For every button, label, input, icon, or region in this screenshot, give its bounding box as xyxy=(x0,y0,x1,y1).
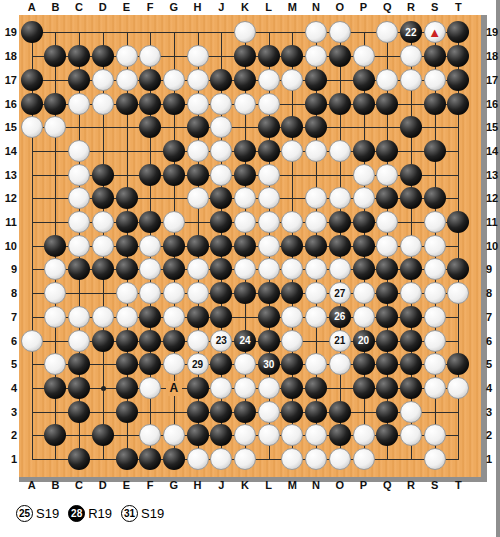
coord-left-2: 2 xyxy=(0,429,17,442)
stone-black-K6[interactable]: 24 xyxy=(234,330,256,352)
stone-black-T16[interactable] xyxy=(447,93,469,115)
stone-black-R15[interactable] xyxy=(400,116,422,138)
stone-white-L3[interactable] xyxy=(258,401,280,423)
stone-black-C4[interactable] xyxy=(68,377,90,399)
stone-black-E9[interactable] xyxy=(116,258,138,280)
stone-black-D13[interactable] xyxy=(92,164,114,186)
stone-white-S2[interactable] xyxy=(424,424,446,446)
caption-move-25-point: S19 xyxy=(36,506,59,521)
coord-right-3: 3 xyxy=(486,406,500,419)
stone-black-H10[interactable] xyxy=(187,235,209,257)
stone-white-H17[interactable] xyxy=(187,69,209,91)
stone-white-R17[interactable] xyxy=(400,69,422,91)
stone-white-N11[interactable] xyxy=(305,211,327,233)
stone-white-R18[interactable] xyxy=(400,45,422,67)
stone-black-J17[interactable] xyxy=(210,69,232,91)
stone-black-B10[interactable] xyxy=(44,235,66,257)
caption-move-28-point: R19 xyxy=(88,506,112,521)
stone-white-C6[interactable] xyxy=(68,330,90,352)
coord-bottom-A: A xyxy=(22,479,42,492)
stone-black-K8[interactable] xyxy=(234,282,256,304)
stone-black-G13[interactable] xyxy=(163,164,185,186)
stone-black-M10[interactable] xyxy=(281,235,303,257)
stone-white-O6[interactable]: 21 xyxy=(329,330,351,352)
stone-black-J3[interactable] xyxy=(210,401,232,423)
coord-right-8: 8 xyxy=(486,287,500,300)
stone-black-N16[interactable] xyxy=(305,93,327,115)
stone-black-J10[interactable] xyxy=(210,235,232,257)
coord-left-18: 18 xyxy=(0,50,17,63)
stone-white-P13[interactable] xyxy=(353,164,375,186)
coord-left-19: 19 xyxy=(0,26,17,39)
stone-black-Q4[interactable] xyxy=(376,377,398,399)
stone-black-R13[interactable] xyxy=(400,164,422,186)
coord-right-1: 1 xyxy=(486,453,500,466)
coord-bottom-Q: Q xyxy=(377,479,397,492)
stone-black-E5[interactable] xyxy=(116,353,138,375)
caption-move-31-circle: 31 xyxy=(121,505,138,522)
stone-black-E10[interactable] xyxy=(116,235,138,257)
stone-white-S10[interactable] xyxy=(424,235,446,257)
stone-black-C3[interactable] xyxy=(68,401,90,423)
coord-top-T: T xyxy=(448,1,468,14)
stone-white-C14[interactable] xyxy=(68,140,90,162)
coord-top-A: A xyxy=(22,1,42,14)
coord-right-6: 6 xyxy=(486,335,500,348)
coord-bottom-R: R xyxy=(401,479,421,492)
stone-white-O14[interactable] xyxy=(329,140,351,162)
coord-left-8: 8 xyxy=(0,287,17,300)
stone-white-L9[interactable] xyxy=(258,258,280,280)
stone-white-G5[interactable] xyxy=(163,353,185,375)
board-letter-A-G4: A xyxy=(166,381,182,396)
coord-top-G: G xyxy=(164,1,184,14)
stone-black-O10[interactable] xyxy=(329,235,351,257)
stone-black-H4[interactable] xyxy=(187,377,209,399)
coord-right-18: 18 xyxy=(486,50,500,63)
coord-left-14: 14 xyxy=(0,145,17,158)
stone-black-L7[interactable] xyxy=(258,306,280,328)
stone-white-D11[interactable] xyxy=(92,211,114,233)
coord-left-5: 5 xyxy=(0,358,17,371)
coord-right-14: 14 xyxy=(486,145,500,158)
stone-white-F4[interactable] xyxy=(139,377,161,399)
stone-black-M3[interactable] xyxy=(281,401,303,423)
stone-white-G7[interactable] xyxy=(163,306,185,328)
stone-black-E1[interactable] xyxy=(116,448,138,470)
stone-white-E18[interactable] xyxy=(116,45,138,67)
stone-black-P6[interactable]: 20 xyxy=(353,330,375,352)
stone-white-E7[interactable] xyxy=(116,306,138,328)
coord-bottom-E: E xyxy=(117,479,137,492)
coord-right-4: 4 xyxy=(486,382,500,395)
stone-black-O11[interactable] xyxy=(329,211,351,233)
caption-move-31-point: S19 xyxy=(141,506,164,521)
coord-top-O: O xyxy=(330,1,350,14)
coord-left-10: 10 xyxy=(0,240,17,253)
stone-white-P1[interactable] xyxy=(353,448,375,470)
stone-white-S17[interactable] xyxy=(424,69,446,91)
stone-black-L14[interactable] xyxy=(258,140,280,162)
coord-right-11: 11 xyxy=(486,216,500,229)
ko-moves-caption: 25S1928R1931S19 xyxy=(16,503,170,523)
stone-white-H12[interactable] xyxy=(187,187,209,209)
stone-black-H15[interactable] xyxy=(187,116,209,138)
stone-white-N1[interactable] xyxy=(305,448,327,470)
stone-white-L11[interactable] xyxy=(258,211,280,233)
stone-black-A19[interactable] xyxy=(21,21,43,43)
coord-top-K: K xyxy=(235,1,255,14)
stone-black-N3[interactable] xyxy=(305,401,327,423)
stone-white-L2[interactable] xyxy=(258,424,280,446)
coord-left-17: 17 xyxy=(0,74,17,87)
stone-black-B16[interactable] xyxy=(44,93,66,115)
coord-right-7: 7 xyxy=(486,311,500,324)
stone-white-O8[interactable]: 27 xyxy=(329,282,351,304)
stone-white-D16[interactable] xyxy=(92,93,114,115)
stone-black-K17[interactable] xyxy=(234,69,256,91)
stone-black-H7[interactable] xyxy=(187,306,209,328)
stone-black-K18[interactable] xyxy=(234,45,256,67)
stone-white-J13[interactable] xyxy=(210,164,232,186)
stone-white-S8[interactable] xyxy=(424,282,446,304)
stone-white-K4[interactable] xyxy=(234,377,256,399)
coord-bottom-F: F xyxy=(140,479,160,492)
coord-right-5: 5 xyxy=(486,358,500,371)
stone-white-C10[interactable] xyxy=(68,235,90,257)
stone-black-H3[interactable] xyxy=(187,401,209,423)
coord-top-F: F xyxy=(140,1,160,14)
stone-white-N7[interactable] xyxy=(305,306,327,328)
stone-white-S6[interactable] xyxy=(424,330,446,352)
coord-right-10: 10 xyxy=(486,240,500,253)
stone-black-E4[interactable] xyxy=(116,377,138,399)
stone-white-H16[interactable] xyxy=(187,93,209,115)
stone-black-L5[interactable]: 30 xyxy=(258,353,280,375)
star-point-D4 xyxy=(101,386,106,391)
stone-white-C7[interactable] xyxy=(68,306,90,328)
stone-black-R6[interactable] xyxy=(400,330,422,352)
stone-white-K11[interactable] xyxy=(234,211,256,233)
coord-top-D: D xyxy=(93,1,113,14)
stone-white-A15[interactable] xyxy=(21,116,43,138)
coord-bottom-L: L xyxy=(259,479,279,492)
stone-white-E17[interactable] xyxy=(116,69,138,91)
stone-black-P16[interactable] xyxy=(353,93,375,115)
stone-white-N14[interactable] xyxy=(305,140,327,162)
stone-white-F10[interactable] xyxy=(139,235,161,257)
stone-black-F13[interactable] xyxy=(139,164,161,186)
coord-bottom-M: M xyxy=(282,479,302,492)
coord-left-6: 6 xyxy=(0,335,17,348)
stone-white-E8[interactable] xyxy=(116,282,138,304)
stone-black-D2[interactable] xyxy=(92,424,114,446)
coord-top-N: N xyxy=(306,1,326,14)
stone-black-S16[interactable] xyxy=(424,93,446,115)
stone-black-S14[interactable] xyxy=(424,140,446,162)
coord-top-C: C xyxy=(69,1,89,14)
stone-black-E6[interactable] xyxy=(116,330,138,352)
stone-white-O1[interactable] xyxy=(329,448,351,470)
stone-black-K13[interactable] xyxy=(234,164,256,186)
stone-black-C1[interactable] xyxy=(68,448,90,470)
coord-right-16: 16 xyxy=(486,98,500,111)
stone-black-H2[interactable] xyxy=(187,424,209,446)
stone-white-P2[interactable] xyxy=(353,424,375,446)
stone-white-S1[interactable] xyxy=(424,448,446,470)
coord-right-12: 12 xyxy=(486,192,500,205)
stone-black-O18[interactable] xyxy=(329,45,351,67)
stone-black-K10[interactable] xyxy=(234,235,256,257)
stone-white-C13[interactable] xyxy=(68,164,90,186)
go-board-viewer: 25S1928R1931S19 AABBCCDDEEFFGGHHJJKKLLMM… xyxy=(0,0,500,537)
stone-black-P9[interactable] xyxy=(353,258,375,280)
stone-white-H8[interactable] xyxy=(187,282,209,304)
coord-top-H: H xyxy=(188,1,208,14)
stone-black-J7[interactable] xyxy=(210,306,232,328)
coord-right-19: 19 xyxy=(486,26,500,39)
stone-white-P18[interactable] xyxy=(353,45,375,67)
stone-black-P4[interactable] xyxy=(353,377,375,399)
stone-black-Q14[interactable] xyxy=(376,140,398,162)
stone-black-F7[interactable] xyxy=(139,306,161,328)
stone-white-H5[interactable]: 29 xyxy=(187,353,209,375)
coord-top-E: E xyxy=(117,1,137,14)
stone-white-D10[interactable] xyxy=(92,235,114,257)
stone-black-S18[interactable] xyxy=(424,45,446,67)
stone-black-L8[interactable] xyxy=(258,282,280,304)
stone-white-Q10[interactable] xyxy=(376,235,398,257)
stone-black-R4[interactable] xyxy=(400,377,422,399)
coord-bottom-G: G xyxy=(164,479,184,492)
stone-white-H1[interactable] xyxy=(187,448,209,470)
stone-black-P11[interactable] xyxy=(353,211,375,233)
coord-bottom-J: J xyxy=(211,479,231,492)
stone-black-G10[interactable] xyxy=(163,235,185,257)
coord-left-12: 12 xyxy=(0,192,17,205)
coord-right-13: 13 xyxy=(486,169,500,182)
stone-white-L10[interactable] xyxy=(258,235,280,257)
coord-top-P: P xyxy=(354,1,374,14)
coord-left-1: 1 xyxy=(0,453,17,466)
stone-white-R8[interactable] xyxy=(400,282,422,304)
stone-black-D18[interactable] xyxy=(92,45,114,67)
stone-black-P5[interactable] xyxy=(353,353,375,375)
stone-white-S9[interactable] xyxy=(424,258,446,280)
stone-white-R10[interactable] xyxy=(400,235,422,257)
stone-white-K1[interactable] xyxy=(234,448,256,470)
stone-white-L4[interactable] xyxy=(258,377,280,399)
stone-white-G17[interactable] xyxy=(163,69,185,91)
stone-black-Q16[interactable] xyxy=(376,93,398,115)
stone-black-Q6[interactable] xyxy=(376,330,398,352)
stone-white-H14[interactable] xyxy=(187,140,209,162)
stone-black-F17[interactable] xyxy=(139,69,161,91)
stone-white-L16[interactable] xyxy=(258,93,280,115)
coord-bottom-P: P xyxy=(354,479,374,492)
stone-black-E12[interactable] xyxy=(116,187,138,209)
coord-top-S: S xyxy=(425,1,445,14)
stone-black-G6[interactable] xyxy=(163,330,185,352)
stone-white-C16[interactable] xyxy=(68,93,90,115)
stone-black-S12[interactable] xyxy=(424,187,446,209)
stone-black-D12[interactable] xyxy=(92,187,114,209)
coord-left-11: 11 xyxy=(0,216,17,229)
stone-white-K16[interactable] xyxy=(234,93,256,115)
stone-black-Q7[interactable] xyxy=(376,306,398,328)
stone-black-N17[interactable] xyxy=(305,69,327,91)
coord-bottom-N: N xyxy=(306,479,326,492)
stone-white-Q17[interactable] xyxy=(376,69,398,91)
stone-white-H9[interactable] xyxy=(187,258,209,280)
coord-left-13: 13 xyxy=(0,169,17,182)
stone-white-S5[interactable] xyxy=(424,353,446,375)
stone-black-R5[interactable] xyxy=(400,353,422,375)
coord-right-2: 2 xyxy=(486,429,500,442)
coord-bottom-B: B xyxy=(45,479,65,492)
coord-bottom-S: S xyxy=(425,479,445,492)
coord-left-4: 4 xyxy=(0,382,17,395)
coord-top-L: L xyxy=(259,1,279,14)
stone-black-T17[interactable] xyxy=(447,69,469,91)
stone-white-C11[interactable] xyxy=(68,211,90,233)
stone-white-S19[interactable]: ▲ xyxy=(424,21,446,43)
stone-white-S7[interactable] xyxy=(424,306,446,328)
coord-bottom-H: H xyxy=(188,479,208,492)
coord-left-16: 16 xyxy=(0,98,17,111)
stone-white-O12[interactable] xyxy=(329,187,351,209)
stone-black-P14[interactable] xyxy=(353,140,375,162)
coord-top-Q: Q xyxy=(377,1,397,14)
coord-bottom-K: K xyxy=(235,479,255,492)
stone-black-L15[interactable] xyxy=(258,116,280,138)
stone-black-G16[interactable] xyxy=(163,93,185,115)
stone-black-L6[interactable] xyxy=(258,330,280,352)
stone-black-L18[interactable] xyxy=(258,45,280,67)
stone-black-F6[interactable] xyxy=(139,330,161,352)
stone-white-G8[interactable] xyxy=(163,282,185,304)
triangle-mark-icon: ▲ xyxy=(428,26,441,39)
stone-black-R7[interactable] xyxy=(400,306,422,328)
stone-black-G1[interactable] xyxy=(163,448,185,470)
stone-white-H18[interactable] xyxy=(187,45,209,67)
stone-white-L13[interactable] xyxy=(258,164,280,186)
stone-black-F16[interactable] xyxy=(139,93,161,115)
coord-top-B: B xyxy=(45,1,65,14)
coord-bottom-C: C xyxy=(69,479,89,492)
stone-white-S4[interactable] xyxy=(424,377,446,399)
caption-move-28-circle: 28 xyxy=(68,505,85,522)
coord-bottom-T: T xyxy=(448,479,468,492)
coord-left-3: 3 xyxy=(0,406,17,419)
stone-white-L17[interactable] xyxy=(258,69,280,91)
caption-move-25-circle: 25 xyxy=(16,505,33,522)
stone-black-Q3[interactable] xyxy=(376,401,398,423)
stone-black-H13[interactable] xyxy=(187,164,209,186)
stone-black-K3[interactable] xyxy=(234,401,256,423)
stone-white-M6[interactable] xyxy=(281,330,303,352)
stone-white-H6[interactable] xyxy=(187,330,209,352)
stone-white-D17[interactable] xyxy=(92,69,114,91)
stone-black-P10[interactable] xyxy=(353,235,375,257)
stone-black-G14[interactable] xyxy=(163,140,185,162)
stone-black-P17[interactable] xyxy=(353,69,375,91)
stone-white-P12[interactable] xyxy=(353,187,375,209)
stone-white-S11[interactable] xyxy=(424,211,446,233)
stone-black-C17[interactable] xyxy=(68,69,90,91)
stone-white-A6[interactable] xyxy=(21,330,43,352)
stone-black-D6[interactable] xyxy=(92,330,114,352)
coord-left-9: 9 xyxy=(0,263,17,276)
coord-right-9: 9 xyxy=(486,263,500,276)
stone-black-O7[interactable]: 26 xyxy=(329,306,351,328)
coord-left-15: 15 xyxy=(0,121,17,134)
stone-black-N4[interactable] xyxy=(305,377,327,399)
stone-black-N10[interactable] xyxy=(305,235,327,257)
stone-white-J16[interactable] xyxy=(210,93,232,115)
stone-black-E16[interactable] xyxy=(116,93,138,115)
stone-black-K14[interactable] xyxy=(234,140,256,162)
coord-bottom-O: O xyxy=(330,479,350,492)
stone-white-P8[interactable] xyxy=(353,282,375,304)
stone-white-R3[interactable] xyxy=(400,401,422,423)
coord-top-J: J xyxy=(211,1,231,14)
coord-right-17: 17 xyxy=(486,74,500,87)
stone-white-O5[interactable] xyxy=(329,353,351,375)
stone-white-G11[interactable] xyxy=(163,211,185,233)
stone-black-A16[interactable] xyxy=(21,93,43,115)
coord-top-M: M xyxy=(282,1,302,14)
stone-white-J6[interactable]: 23 xyxy=(210,330,232,352)
coord-left-7: 7 xyxy=(0,311,17,324)
stone-white-P7[interactable] xyxy=(353,306,375,328)
stone-white-Q13[interactable] xyxy=(376,164,398,186)
coord-top-R: R xyxy=(401,1,421,14)
stone-black-A17[interactable] xyxy=(21,69,43,91)
stone-black-E11[interactable] xyxy=(116,211,138,233)
stone-white-D7[interactable] xyxy=(92,306,114,328)
stone-black-O16[interactable] xyxy=(329,93,351,115)
coord-right-15: 15 xyxy=(486,121,500,134)
stone-black-E3[interactable] xyxy=(116,401,138,423)
coord-bottom-D: D xyxy=(93,479,113,492)
stone-black-O3[interactable] xyxy=(329,401,351,423)
stone-black-O2[interactable] xyxy=(329,424,351,446)
stone-white-L12[interactable] xyxy=(258,187,280,209)
